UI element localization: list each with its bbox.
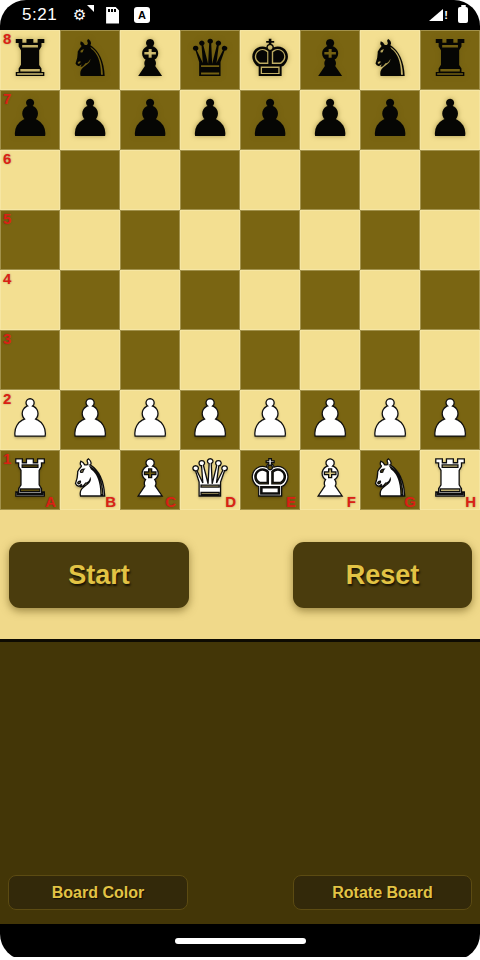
square-c2[interactable]: ♟ (120, 390, 180, 450)
square-e3[interactable] (240, 330, 300, 390)
square-e6[interactable] (240, 150, 300, 210)
square-b6[interactable] (60, 150, 120, 210)
file-label-F: F (347, 493, 356, 510)
piece-black-rook: ♜ (7, 33, 53, 87)
file-label-H: H (465, 493, 476, 510)
square-b8[interactable]: ♞ (60, 30, 120, 90)
square-f4[interactable] (300, 270, 360, 330)
square-c8[interactable]: ♝ (120, 30, 180, 90)
square-h6[interactable] (420, 150, 480, 210)
square-g6[interactable] (360, 150, 420, 210)
square-a6[interactable]: 6 (0, 150, 60, 210)
phone-screen: 5:21 ⚙ A ! ♜8♞♝♛♚♝♞♜♟7♟♟♟♟♟♟♟6543♟2♟♟♟♟♟… (0, 0, 480, 960)
square-b4[interactable] (60, 270, 120, 330)
file-label-D: D (225, 493, 236, 510)
square-f7[interactable]: ♟ (300, 90, 360, 150)
settings-gear-icon: ⚙ (73, 6, 91, 24)
battery-icon (458, 7, 468, 23)
square-g3[interactable] (360, 330, 420, 390)
square-a4[interactable]: 4 (0, 270, 60, 330)
square-c1[interactable]: ♝C (120, 450, 180, 510)
piece-black-bishop: ♝ (127, 33, 173, 87)
piece-white-pawn: ♟ (7, 393, 53, 447)
square-h1[interactable]: ♜H (420, 450, 480, 510)
piece-black-knight: ♞ (67, 33, 113, 87)
square-c7[interactable]: ♟ (120, 90, 180, 150)
piece-black-pawn: ♟ (7, 93, 53, 147)
square-f6[interactable] (300, 150, 360, 210)
rank-label-8: 8 (3, 30, 11, 47)
rank-label-3: 3 (3, 330, 11, 347)
status-bar: 5:21 ⚙ A ! (0, 0, 480, 30)
square-e7[interactable]: ♟ (240, 90, 300, 150)
piece-black-pawn: ♟ (187, 93, 233, 147)
piece-white-pawn: ♟ (367, 393, 413, 447)
square-d6[interactable] (180, 150, 240, 210)
rank-label-5: 5 (3, 210, 11, 227)
control-band: Start Reset (0, 510, 480, 642)
rank-label-2: 2 (3, 390, 11, 407)
lower-panel: Board Color Rotate Board (0, 642, 480, 924)
square-b7[interactable]: ♟ (60, 90, 120, 150)
square-b5[interactable] (60, 210, 120, 270)
square-a5[interactable]: 5 (0, 210, 60, 270)
square-e2[interactable]: ♟ (240, 390, 300, 450)
piece-black-king: ♚ (247, 33, 293, 87)
square-d4[interactable] (180, 270, 240, 330)
square-e4[interactable] (240, 270, 300, 330)
piece-black-pawn: ♟ (247, 93, 293, 147)
square-a8[interactable]: ♜8 (0, 30, 60, 90)
square-e5[interactable] (240, 210, 300, 270)
file-label-B: B (105, 493, 116, 510)
square-b3[interactable] (60, 330, 120, 390)
rank-label-6: 6 (3, 150, 11, 167)
piece-black-pawn: ♟ (127, 93, 173, 147)
signal-alert-icon: ! (429, 9, 448, 21)
piece-white-pawn: ♟ (127, 393, 173, 447)
rotate-board-button[interactable]: Rotate Board (293, 875, 472, 910)
sim-card-icon (106, 7, 119, 24)
square-d8[interactable]: ♛ (180, 30, 240, 90)
file-label-C: C (165, 493, 176, 510)
piece-black-pawn: ♟ (367, 93, 413, 147)
gesture-handle[interactable] (175, 938, 306, 944)
piece-black-pawn: ♟ (67, 93, 113, 147)
file-label-G: G (404, 493, 416, 510)
file-label-E: E (286, 493, 296, 510)
square-f3[interactable] (300, 330, 360, 390)
piece-black-pawn: ♟ (427, 93, 473, 147)
square-g1[interactable]: ♞G (360, 450, 420, 510)
square-c4[interactable] (120, 270, 180, 330)
square-h4[interactable] (420, 270, 480, 330)
start-button[interactable]: Start (9, 542, 189, 608)
square-g8[interactable]: ♞ (360, 30, 420, 90)
square-f5[interactable] (300, 210, 360, 270)
reset-button[interactable]: Reset (293, 542, 472, 608)
piece-white-pawn: ♟ (427, 393, 473, 447)
square-b2[interactable]: ♟ (60, 390, 120, 450)
square-h7[interactable]: ♟ (420, 90, 480, 150)
clock: 5:21 (22, 5, 57, 25)
square-c3[interactable] (120, 330, 180, 390)
square-g5[interactable] (360, 210, 420, 270)
square-g4[interactable] (360, 270, 420, 330)
square-c6[interactable] (120, 150, 180, 210)
data-saver-triangle-icon (87, 5, 94, 12)
piece-black-queen: ♛ (187, 33, 233, 87)
square-g7[interactable]: ♟ (360, 90, 420, 150)
square-f2[interactable]: ♟ (300, 390, 360, 450)
piece-white-pawn: ♟ (187, 393, 233, 447)
rank-label-7: 7 (3, 90, 11, 107)
piece-white-pawn: ♟ (247, 393, 293, 447)
square-a1[interactable]: ♜1A (0, 450, 60, 510)
piece-white-pawn: ♟ (307, 393, 353, 447)
file-label-A: A (45, 493, 56, 510)
square-c5[interactable] (120, 210, 180, 270)
piece-black-rook: ♜ (427, 33, 473, 87)
piece-white-pawn: ♟ (67, 393, 113, 447)
board-color-button[interactable]: Board Color (8, 875, 188, 910)
status-icons-right: ! (429, 7, 468, 23)
square-e8[interactable]: ♚ (240, 30, 300, 90)
chess-board: ♜8♞♝♛♚♝♞♜♟7♟♟♟♟♟♟♟6543♟2♟♟♟♟♟♟♟♜1A♞B♝C♛D… (0, 30, 480, 510)
square-a2[interactable]: ♟2 (0, 390, 60, 450)
piece-black-pawn: ♟ (307, 93, 353, 147)
piece-black-bishop: ♝ (307, 33, 353, 87)
square-b1[interactable]: ♞B (60, 450, 120, 510)
square-g2[interactable]: ♟ (360, 390, 420, 450)
square-h5[interactable] (420, 210, 480, 270)
rank-label-1: 1 (3, 450, 11, 467)
square-d1[interactable]: ♛D (180, 450, 240, 510)
square-e1[interactable]: ♚E (240, 450, 300, 510)
gesture-nav-bar (0, 924, 480, 957)
status-icons-left: ⚙ A (73, 6, 150, 24)
square-d2[interactable]: ♟ (180, 390, 240, 450)
square-h3[interactable] (420, 330, 480, 390)
square-d7[interactable]: ♟ (180, 90, 240, 150)
a-box-icon: A (134, 7, 150, 23)
square-h2[interactable]: ♟ (420, 390, 480, 450)
square-f1[interactable]: ♝F (300, 450, 360, 510)
square-a3[interactable]: 3 (0, 330, 60, 390)
square-a7[interactable]: ♟7 (0, 90, 60, 150)
piece-black-knight: ♞ (367, 33, 413, 87)
square-f8[interactable]: ♝ (300, 30, 360, 90)
square-h8[interactable]: ♜ (420, 30, 480, 90)
square-d5[interactable] (180, 210, 240, 270)
rank-label-4: 4 (3, 270, 11, 287)
square-d3[interactable] (180, 330, 240, 390)
